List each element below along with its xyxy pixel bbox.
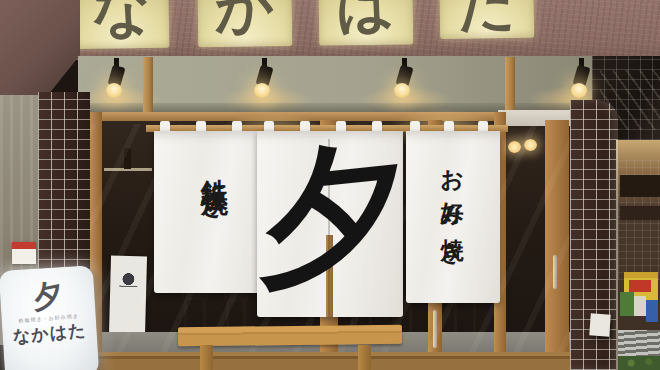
- door-track-rail: [78, 352, 592, 370]
- blue-bottle: [646, 300, 658, 322]
- sign-panel-1: な: [75, 0, 170, 49]
- metal-louver: [618, 330, 660, 358]
- spotlight-icon: [396, 58, 416, 104]
- bench-leg: [200, 345, 213, 370]
- produce-bin: [618, 356, 660, 370]
- storefront-photo: な か は た: [0, 0, 660, 370]
- bench-leg: [358, 345, 371, 370]
- sign-char-na: な: [92, 0, 152, 38]
- brick-corner-shadow: [0, 0, 80, 100]
- noren-text-teppanyaki: 鉄板焼き: [202, 157, 229, 208]
- spotlight-icon: [108, 58, 128, 104]
- noren-panel-center: 夕: [257, 131, 403, 317]
- noren-text-okonomiyaki: お好み焼き: [442, 153, 465, 257]
- sign-char-ha: は: [336, 0, 396, 34]
- wooden-bench: [178, 325, 402, 346]
- sign-panel-4: た: [440, 0, 535, 39]
- spotlight-icon: [573, 58, 593, 104]
- sign-panel-2: か: [198, 0, 293, 47]
- sign-char-ka: か: [215, 0, 275, 36]
- doorbell-box: [589, 313, 610, 336]
- awning-post: [505, 57, 515, 114]
- name-signboard: な か は た: [60, 0, 531, 59]
- sign-char-ta: た: [457, 0, 517, 33]
- noren-logo-mark: 夕: [253, 121, 407, 306]
- window-sticker: [12, 242, 36, 264]
- awning-post: [143, 57, 153, 114]
- green-can: [620, 292, 634, 316]
- white-can: [634, 296, 646, 316]
- noren-panel-right: お好み焼き: [406, 131, 500, 303]
- spotlight-icon: [256, 58, 276, 104]
- display-window: [616, 140, 660, 370]
- sign-panel-3: は: [319, 0, 414, 46]
- lightbox-sign: 夕 鉄板焼き・お好み焼き なかはた: [0, 265, 99, 370]
